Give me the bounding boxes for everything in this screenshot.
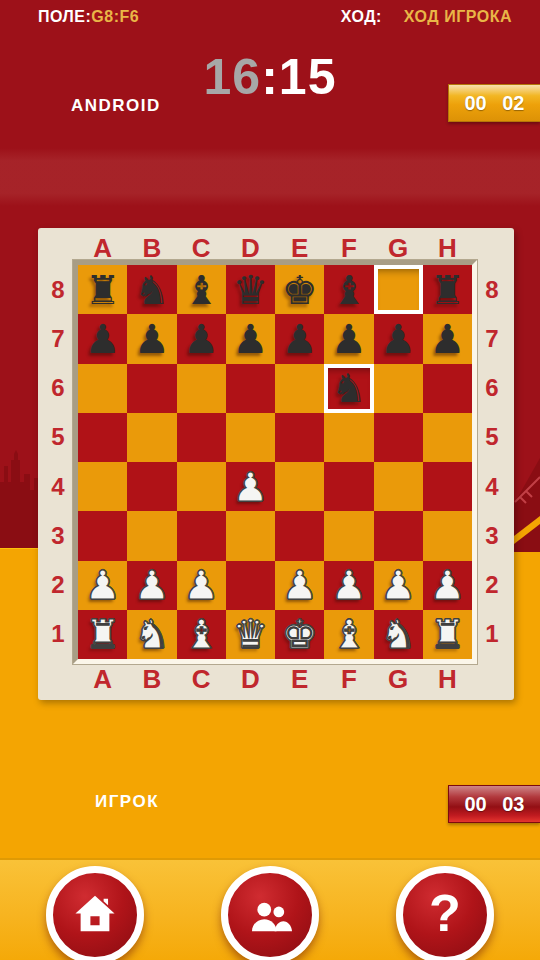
- black-pawn-piece: ♟: [282, 319, 318, 359]
- square-f1[interactable]: ♝: [324, 610, 373, 659]
- square-c2[interactable]: ♟: [177, 561, 226, 610]
- chess-game-screen: ПОЛЕ:G8:F6 ХОД:ХОД ИГРОКА 16:15 ANDROID …: [0, 0, 540, 960]
- player-score-badge: 00 03: [448, 785, 540, 823]
- chess-board: ABCDEFGH ABCDEFGH 87654321 87654321 ♜♞♝♛…: [38, 228, 514, 700]
- square-a6[interactable]: [78, 364, 127, 413]
- file-labels-top: ABCDEFGH: [78, 233, 472, 263]
- square-d5[interactable]: [226, 413, 275, 462]
- white-knight-piece: ♞: [380, 614, 416, 654]
- square-h1[interactable]: ♜: [423, 610, 472, 659]
- square-c5[interactable]: [177, 413, 226, 462]
- white-pawn-piece: ♟: [134, 565, 170, 605]
- board-coordinate-label: 6: [474, 364, 510, 413]
- board-coordinate-label: D: [226, 233, 275, 263]
- square-f6[interactable]: ♞: [324, 364, 373, 413]
- white-pawn-piece: ♟: [85, 565, 121, 605]
- black-queen-piece: ♛: [232, 270, 268, 310]
- board-coordinate-label: B: [127, 233, 176, 263]
- square-d3[interactable]: [226, 511, 275, 560]
- help-button[interactable]: ?: [396, 866, 494, 960]
- opponent-score-badge: 00 02: [448, 84, 540, 122]
- board-coordinate-label: 3: [474, 511, 510, 560]
- board-coordinate-label: A: [78, 664, 127, 694]
- square-c1[interactable]: ♝: [177, 610, 226, 659]
- board-coordinate-label: 8: [474, 265, 510, 314]
- square-f7[interactable]: ♟: [324, 314, 373, 363]
- square-a5[interactable]: [78, 413, 127, 462]
- question-mark-icon: ?: [429, 887, 461, 939]
- header-highlight-band: [0, 148, 540, 206]
- square-h4[interactable]: [423, 462, 472, 511]
- square-e7[interactable]: ♟: [275, 314, 324, 363]
- square-b7[interactable]: ♟: [127, 314, 176, 363]
- white-pawn-piece: ♟: [282, 565, 318, 605]
- square-b3[interactable]: [127, 511, 176, 560]
- field-label: ПОЛЕ:: [38, 8, 91, 25]
- square-d7[interactable]: ♟: [226, 314, 275, 363]
- square-a8[interactable]: ♜: [78, 265, 127, 314]
- board-coordinate-label: C: [177, 664, 226, 694]
- board-coordinate-label: F: [324, 664, 373, 694]
- square-b1[interactable]: ♞: [127, 610, 176, 659]
- square-e4[interactable]: [275, 462, 324, 511]
- board-coordinate-label: H: [423, 233, 472, 263]
- white-pawn-piece: ♟: [429, 565, 465, 605]
- square-b4[interactable]: [127, 462, 176, 511]
- square-a3[interactable]: [78, 511, 127, 560]
- square-g4[interactable]: [374, 462, 423, 511]
- board-coordinate-label: G: [374, 233, 423, 263]
- board-coordinate-label: 7: [474, 314, 510, 363]
- white-pawn-piece: ♟: [331, 565, 367, 605]
- black-pawn-piece: ♟: [429, 319, 465, 359]
- opponent-score-right: 02: [502, 92, 524, 115]
- rank-labels-right: 87654321: [474, 265, 510, 659]
- white-pawn-piece: ♟: [380, 565, 416, 605]
- board-coordinate-label: 1: [474, 610, 510, 659]
- player-score-left: 00: [465, 793, 487, 816]
- last-move-field: ПОЛЕ:G8:F6: [38, 8, 139, 26]
- square-h5[interactable]: [423, 413, 472, 462]
- square-c7[interactable]: ♟: [177, 314, 226, 363]
- square-h3[interactable]: [423, 511, 472, 560]
- square-c8[interactable]: ♝: [177, 265, 226, 314]
- field-value: G8:F6: [91, 8, 139, 25]
- square-e1[interactable]: ♚: [275, 610, 324, 659]
- board-coordinate-label: H: [423, 664, 472, 694]
- square-f3[interactable]: [324, 511, 373, 560]
- square-e2[interactable]: ♟: [275, 561, 324, 610]
- square-b5[interactable]: [127, 413, 176, 462]
- timer-separator: :: [261, 49, 279, 105]
- square-f8[interactable]: ♝: [324, 265, 373, 314]
- black-pawn-piece: ♟: [183, 319, 219, 359]
- file-labels-bottom: ABCDEFGH: [78, 664, 472, 694]
- black-pawn-piece: ♟: [232, 319, 268, 359]
- square-e6[interactable]: [275, 364, 324, 413]
- turn-indicator: ХОД:ХОД ИГРОКА: [341, 8, 512, 26]
- board-coordinate-label: 8: [40, 265, 76, 314]
- square-f2[interactable]: ♟: [324, 561, 373, 610]
- board-coordinate-label: D: [226, 664, 275, 694]
- white-pawn-piece: ♟: [232, 467, 268, 507]
- square-g1[interactable]: ♞: [374, 610, 423, 659]
- square-e3[interactable]: [275, 511, 324, 560]
- board-coordinate-label: F: [324, 233, 373, 263]
- white-queen-piece: ♛: [232, 614, 268, 654]
- white-pawn-piece: ♟: [183, 565, 219, 605]
- board-coordinate-label: 2: [40, 561, 76, 610]
- black-pawn-piece: ♟: [85, 319, 121, 359]
- square-a1[interactable]: ♜: [78, 610, 127, 659]
- white-rook-piece: ♜: [429, 614, 465, 654]
- square-b6[interactable]: [127, 364, 176, 413]
- opponent-score-left: 00: [465, 92, 487, 115]
- board-coordinate-label: B: [127, 664, 176, 694]
- board-coordinate-label: G: [374, 664, 423, 694]
- players-button[interactable]: [221, 866, 319, 960]
- black-pawn-piece: ♟: [331, 319, 367, 359]
- turn-label: ХОД:: [341, 8, 382, 25]
- player-score-right: 03: [502, 793, 524, 816]
- black-bishop-piece: ♝: [183, 270, 219, 310]
- black-rook-piece: ♜: [85, 270, 121, 310]
- square-c6[interactable]: [177, 364, 226, 413]
- board-coordinate-label: C: [177, 233, 226, 263]
- white-knight-piece: ♞: [134, 614, 170, 654]
- board-coordinate-label: 1: [40, 610, 76, 659]
- square-d1[interactable]: ♛: [226, 610, 275, 659]
- black-king-piece: ♚: [282, 270, 318, 310]
- square-d6[interactable]: [226, 364, 275, 413]
- square-h7[interactable]: ♟: [423, 314, 472, 363]
- board-coordinate-label: A: [78, 233, 127, 263]
- board-grid: ♜♞♝♛♚♝♜♟♟♟♟♟♟♟♟♞♟♟♟♟♟♟♟♟♜♞♝♛♚♝♞♜: [78, 265, 472, 659]
- square-f4[interactable]: [324, 462, 373, 511]
- board-coordinate-label: 5: [474, 413, 510, 462]
- black-knight-piece: ♞: [134, 270, 170, 310]
- square-g6[interactable]: [374, 364, 423, 413]
- square-d8[interactable]: ♛: [226, 265, 275, 314]
- square-g8[interactable]: [374, 265, 423, 314]
- square-g2[interactable]: ♟: [374, 561, 423, 610]
- square-c3[interactable]: [177, 511, 226, 560]
- board-coordinate-label: 3: [40, 511, 76, 560]
- home-icon: [72, 892, 118, 938]
- square-g5[interactable]: [374, 413, 423, 462]
- white-bishop-piece: ♝: [183, 614, 219, 654]
- square-e5[interactable]: [275, 413, 324, 462]
- rank-labels-left: 87654321: [40, 265, 76, 659]
- white-rook-piece: ♜: [85, 614, 121, 654]
- city-silhouette-decoration: [0, 448, 38, 548]
- board-coordinate-label: 4: [40, 462, 76, 511]
- board-coordinate-label: 7: [40, 314, 76, 363]
- board-coordinate-label: E: [275, 664, 324, 694]
- turn-value: ХОД ИГРОКА: [404, 8, 512, 25]
- board-coordinate-label: E: [275, 233, 324, 263]
- square-b8[interactable]: ♞: [127, 265, 176, 314]
- square-a4[interactable]: [78, 462, 127, 511]
- white-bishop-piece: ♝: [331, 614, 367, 654]
- square-b2[interactable]: ♟: [127, 561, 176, 610]
- black-pawn-piece: ♟: [134, 319, 170, 359]
- square-c4[interactable]: [177, 462, 226, 511]
- square-e8[interactable]: ♚: [275, 265, 324, 314]
- board-coordinate-label: 2: [474, 561, 510, 610]
- square-h2[interactable]: ♟: [423, 561, 472, 610]
- black-rook-piece: ♜: [429, 270, 465, 310]
- crane-silhouette-decoration: [514, 440, 540, 552]
- board-coordinate-label: 5: [40, 413, 76, 462]
- square-h6[interactable]: [423, 364, 472, 413]
- black-bishop-piece: ♝: [331, 270, 367, 310]
- board-coordinate-label: 4: [474, 462, 510, 511]
- square-g7[interactable]: ♟: [374, 314, 423, 363]
- square-f5[interactable]: [324, 413, 373, 462]
- home-button[interactable]: [46, 866, 144, 960]
- timer-seconds: 15: [279, 49, 337, 105]
- timer-minutes: 16: [204, 49, 262, 105]
- square-a7[interactable]: ♟: [78, 314, 127, 363]
- square-d2[interactable]: [226, 561, 275, 610]
- board-coordinate-label: 6: [40, 364, 76, 413]
- players-icon: [247, 892, 293, 938]
- white-king-piece: ♚: [282, 614, 318, 654]
- square-a2[interactable]: ♟: [78, 561, 127, 610]
- square-d4[interactable]: ♟: [226, 462, 275, 511]
- square-h8[interactable]: ♜: [423, 265, 472, 314]
- black-pawn-piece: ♟: [380, 319, 416, 359]
- player-name: ИГРОК: [95, 792, 159, 812]
- black-knight-piece: ♞: [331, 368, 367, 408]
- square-g3[interactable]: [374, 511, 423, 560]
- opponent-name: ANDROID: [71, 96, 161, 116]
